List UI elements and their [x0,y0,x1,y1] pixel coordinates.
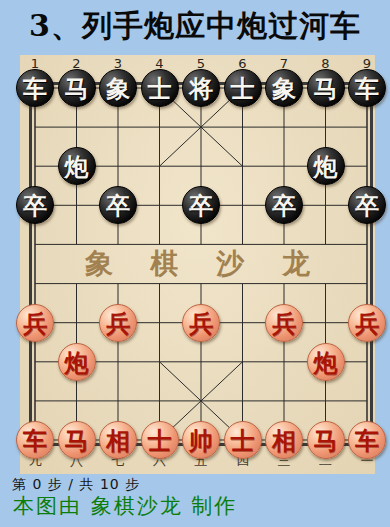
piece-red-cannon[interactable]: 炮 [58,343,96,381]
piece-red-advisor[interactable]: 士 [141,421,179,459]
piece-red-cannon[interactable]: 炮 [307,343,345,381]
piece-black-cannon[interactable]: 炮 [58,147,96,185]
piece-red-soldier[interactable]: 兵 [265,304,303,342]
piece-black-chariot[interactable]: 车 [348,69,386,107]
piece-red-advisor[interactable]: 士 [224,421,262,459]
piece-red-chariot[interactable]: 车 [16,421,54,459]
page-title: 3、列手炮应中炮过河车 [0,6,390,47]
piece-red-chariot[interactable]: 车 [348,421,386,459]
xiangqi-board-area: 123456789 九八七六五四三二一 象 棋 沙 龙 车马象士将士象马车炮炮卒… [20,55,375,474]
piece-red-horse[interactable]: 马 [307,421,345,459]
piece-black-elephant[interactable]: 象 [99,69,137,107]
piece-black-soldier[interactable]: 卒 [16,186,54,224]
piece-red-soldier[interactable]: 兵 [348,304,386,342]
piece-black-soldier[interactable]: 卒 [348,186,386,224]
piece-black-horse[interactable]: 马 [58,69,96,107]
xiangqi-board[interactable]: 车马象士将士象马车炮炮卒卒卒卒卒兵兵兵兵兵炮炮车马相士帅士相马车 [14,68,388,459]
piece-red-soldier[interactable]: 兵 [99,304,137,342]
piece-black-general[interactable]: 将 [182,69,220,107]
piece-black-chariot[interactable]: 车 [16,69,54,107]
piece-red-soldier[interactable]: 兵 [16,304,54,342]
piece-black-elephant[interactable]: 象 [265,69,303,107]
piece-black-advisor[interactable]: 士 [141,69,179,107]
piece-red-elephant[interactable]: 相 [265,421,303,459]
piece-black-cannon[interactable]: 炮 [307,147,345,185]
credit-text: 本图由 象棋沙龙 制作 [13,492,237,520]
piece-black-horse[interactable]: 马 [307,69,345,107]
piece-red-horse[interactable]: 马 [58,421,96,459]
piece-red-general[interactable]: 帅 [182,421,220,459]
piece-black-soldier[interactable]: 卒 [182,186,220,224]
piece-black-soldier[interactable]: 卒 [265,186,303,224]
piece-red-elephant[interactable]: 相 [99,421,137,459]
piece-red-soldier[interactable]: 兵 [182,304,220,342]
piece-black-advisor[interactable]: 士 [224,69,262,107]
piece-black-soldier[interactable]: 卒 [99,186,137,224]
